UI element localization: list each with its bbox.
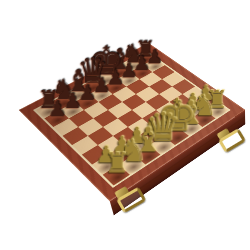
piece-white-rook: ♜	[96, 149, 137, 177]
product-photo-chess-set: Product photo of a folding rosewood ches…	[0, 0, 250, 250]
board-lid: ♜♞♝♛♚♝♞♜♟♟♟♟♟♟♟♟♟♟♟♟♟♟♟♟♜♞♝♛♚♝♞♜	[19, 43, 245, 201]
piece-black-pawn: ♟	[38, 99, 75, 120]
